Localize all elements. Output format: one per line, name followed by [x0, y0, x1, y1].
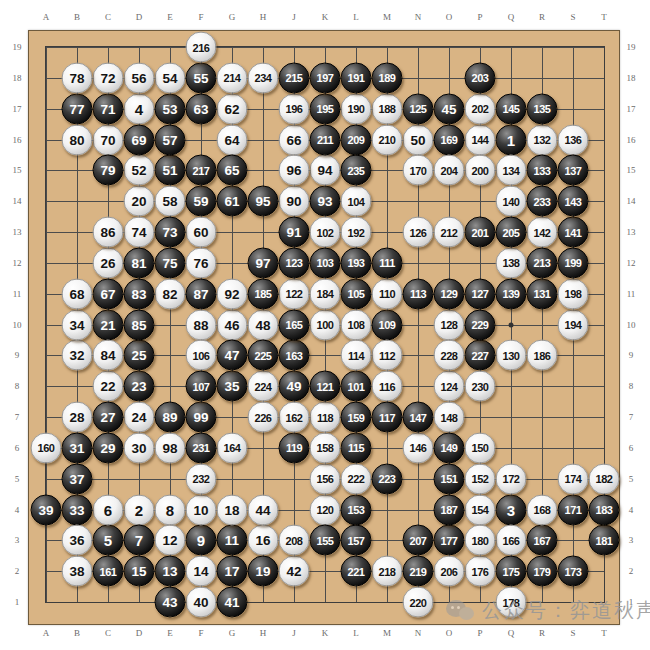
column-label-bottom: E: [167, 628, 173, 638]
black-stone-175: 175: [496, 556, 527, 587]
column-label-top: A: [43, 12, 50, 22]
black-stone-123: 123: [279, 247, 310, 278]
black-stone-113: 113: [403, 278, 434, 309]
black-stone-105: 105: [341, 278, 372, 309]
black-stone-85: 85: [124, 309, 155, 340]
white-stone-66: 66: [279, 124, 310, 155]
white-stone-218: 218: [372, 556, 403, 587]
white-stone-94: 94: [310, 155, 341, 186]
white-stone-126: 126: [403, 217, 434, 248]
black-stone-133: 133: [527, 155, 558, 186]
black-stone-225: 225: [248, 340, 279, 371]
black-stone-145: 145: [496, 93, 527, 124]
white-stone-84: 84: [93, 340, 124, 371]
white-stone-154: 154: [465, 494, 496, 525]
black-stone-137: 137: [558, 155, 589, 186]
row-label-right: 19: [627, 42, 636, 52]
white-stone-10: 10: [186, 494, 217, 525]
black-stone-195: 195: [310, 93, 341, 124]
row-label-left: 6: [15, 443, 20, 453]
black-stone-7: 7: [124, 525, 155, 556]
black-stone-165: 165: [279, 309, 310, 340]
row-label-left: 11: [13, 289, 22, 299]
white-stone-134: 134: [496, 155, 527, 186]
black-stone-229: 229: [465, 309, 496, 340]
white-stone-112: 112: [372, 340, 403, 371]
black-stone-235: 235: [341, 155, 372, 186]
row-label-left: 1: [15, 597, 20, 607]
white-stone-206: 206: [434, 556, 465, 587]
black-stone-139: 139: [496, 278, 527, 309]
column-label-bottom: H: [260, 628, 267, 638]
white-stone-78: 78: [62, 62, 93, 93]
black-stone-75: 75: [155, 247, 186, 278]
black-stone-27: 27: [93, 402, 124, 433]
black-stone-129: 129: [434, 278, 465, 309]
black-stone-23: 23: [124, 371, 155, 402]
black-stone-53: 53: [155, 93, 186, 124]
black-stone-89: 89: [155, 402, 186, 433]
white-stone-28: 28: [62, 402, 93, 433]
column-label-bottom: F: [198, 628, 203, 638]
black-stone-1: 1: [496, 124, 527, 155]
white-stone-222: 222: [341, 463, 372, 494]
white-stone-72: 72: [93, 62, 124, 93]
column-label-bottom: K: [322, 628, 329, 638]
white-stone-36: 36: [62, 525, 93, 556]
black-stone-121: 121: [310, 371, 341, 402]
black-stone-21: 21: [93, 309, 124, 340]
row-label-right: 15: [627, 165, 636, 175]
black-stone-15: 15: [124, 556, 155, 587]
black-stone-45: 45: [434, 93, 465, 124]
row-label-right: 13: [627, 227, 636, 237]
white-stone-138: 138: [496, 247, 527, 278]
column-label-bottom: L: [353, 628, 359, 638]
white-stone-216: 216: [186, 32, 217, 63]
black-stone-39: 39: [31, 494, 62, 525]
row-label-left: 19: [13, 42, 22, 52]
black-stone-199: 199: [558, 247, 589, 278]
white-stone-30: 30: [124, 432, 155, 463]
go-diagram: AABBCCDDEEFFGGHHJJKKLLMMNNOOPPQQRRSSTT19…: [0, 0, 650, 650]
white-stone-2: 2: [124, 494, 155, 525]
black-stone-51: 51: [155, 155, 186, 186]
black-stone-71: 71: [93, 93, 124, 124]
white-stone-108: 108: [341, 309, 372, 340]
white-stone-194: 194: [558, 309, 589, 340]
black-stone-173: 173: [558, 556, 589, 587]
white-stone-150: 150: [465, 432, 496, 463]
white-stone-184: 184: [310, 278, 341, 309]
column-label-bottom: M: [383, 628, 391, 638]
white-stone-190: 190: [341, 93, 372, 124]
white-stone-234: 234: [248, 62, 279, 93]
column-label-bottom: B: [74, 628, 80, 638]
black-stone-135: 135: [527, 93, 558, 124]
black-stone-169: 169: [434, 124, 465, 155]
black-stone-29: 29: [93, 432, 124, 463]
black-stone-61: 61: [217, 186, 248, 217]
column-label-top: G: [229, 12, 236, 22]
row-label-left: 12: [13, 258, 22, 268]
black-stone-109: 109: [372, 309, 403, 340]
white-stone-96: 96: [279, 155, 310, 186]
white-stone-220: 220: [403, 587, 434, 618]
black-stone-149: 149: [434, 432, 465, 463]
column-label-top: R: [539, 12, 545, 22]
black-stone-77: 77: [62, 93, 93, 124]
white-stone-56: 56: [124, 62, 155, 93]
white-stone-178: 178: [496, 587, 527, 618]
row-label-right: 6: [629, 443, 634, 453]
column-label-top: M: [383, 12, 391, 22]
black-stone-197: 197: [310, 62, 341, 93]
black-stone-3: 3: [496, 494, 527, 525]
column-label-top: H: [260, 12, 267, 22]
column-label-top: F: [198, 12, 203, 22]
white-stone-132: 132: [527, 124, 558, 155]
black-stone-153: 153: [341, 494, 372, 525]
white-stone-48: 48: [248, 309, 279, 340]
black-stone-35: 35: [217, 371, 248, 402]
white-stone-188: 188: [372, 93, 403, 124]
row-label-left: 14: [13, 196, 22, 206]
row-label-right: 8: [629, 381, 634, 391]
column-label-bottom: P: [477, 628, 482, 638]
column-label-bottom: N: [415, 628, 422, 638]
column-label-bottom: R: [539, 628, 545, 638]
black-stone-221: 221: [341, 556, 372, 587]
black-stone-151: 151: [434, 463, 465, 494]
white-stone-118: 118: [310, 402, 341, 433]
white-stone-164: 164: [217, 432, 248, 463]
white-stone-12: 12: [155, 525, 186, 556]
black-stone-25: 25: [124, 340, 155, 371]
white-stone-64: 64: [217, 124, 248, 155]
black-stone-219: 219: [403, 556, 434, 587]
white-stone-162: 162: [279, 402, 310, 433]
white-stone-182: 182: [589, 463, 620, 494]
white-stone-208: 208: [279, 525, 310, 556]
white-stone-166: 166: [496, 525, 527, 556]
star-point: [509, 322, 514, 327]
white-stone-198: 198: [558, 278, 589, 309]
black-stone-227: 227: [465, 340, 496, 371]
black-stone-17: 17: [217, 556, 248, 587]
column-label-top: D: [136, 12, 143, 22]
black-stone-125: 125: [403, 93, 434, 124]
row-label-right: 9: [629, 350, 634, 360]
white-stone-4: 4: [124, 93, 155, 124]
column-label-top: P: [477, 12, 482, 22]
row-label-left: 4: [15, 505, 20, 515]
row-label-right: 11: [627, 289, 636, 299]
black-stone-37: 37: [62, 463, 93, 494]
black-stone-31: 31: [62, 432, 93, 463]
black-stone-115: 115: [341, 432, 372, 463]
white-stone-204: 204: [434, 155, 465, 186]
row-label-left: 16: [13, 135, 22, 145]
white-stone-14: 14: [186, 556, 217, 587]
white-stone-140: 140: [496, 186, 527, 217]
white-stone-68: 68: [62, 278, 93, 309]
white-stone-58: 58: [155, 186, 186, 217]
white-stone-86: 86: [93, 217, 124, 248]
white-stone-210: 210: [372, 124, 403, 155]
row-label-left: 9: [15, 350, 20, 360]
black-stone-207: 207: [403, 525, 434, 556]
white-stone-42: 42: [279, 556, 310, 587]
row-label-left: 2: [15, 566, 20, 576]
white-stone-214: 214: [217, 62, 248, 93]
row-label-right: 12: [627, 258, 636, 268]
row-label-left: 7: [15, 412, 20, 422]
black-stone-143: 143: [558, 186, 589, 217]
black-stone-119: 119: [279, 432, 310, 463]
column-label-top: O: [446, 12, 453, 22]
row-label-left: 3: [15, 535, 20, 545]
black-stone-171: 171: [558, 494, 589, 525]
white-stone-106: 106: [186, 340, 217, 371]
black-stone-91: 91: [279, 217, 310, 248]
white-stone-88: 88: [186, 309, 217, 340]
black-stone-57: 57: [155, 124, 186, 155]
white-stone-76: 76: [186, 247, 217, 278]
black-stone-49: 49: [279, 371, 310, 402]
row-label-left: 17: [13, 104, 22, 114]
row-label-right: 7: [629, 412, 634, 422]
row-label-right: 10: [627, 320, 636, 330]
column-label-top: J: [292, 12, 296, 22]
black-stone-231: 231: [186, 432, 217, 463]
black-stone-87: 87: [186, 278, 217, 309]
column-label-bottom: Q: [508, 628, 515, 638]
black-stone-187: 187: [434, 494, 465, 525]
black-stone-177: 177: [434, 525, 465, 556]
black-stone-97: 97: [248, 247, 279, 278]
white-stone-172: 172: [496, 463, 527, 494]
column-label-bottom: G: [229, 628, 236, 638]
white-stone-52: 52: [124, 155, 155, 186]
black-stone-81: 81: [124, 247, 155, 278]
column-label-top: Q: [508, 12, 515, 22]
white-stone-100: 100: [310, 309, 341, 340]
white-stone-176: 176: [465, 556, 496, 587]
black-stone-65: 65: [217, 155, 248, 186]
white-stone-230: 230: [465, 371, 496, 402]
white-stone-80: 80: [62, 124, 93, 155]
black-stone-161: 161: [93, 556, 124, 587]
black-stone-107: 107: [186, 371, 217, 402]
black-stone-63: 63: [186, 93, 217, 124]
black-stone-211: 211: [310, 124, 341, 155]
black-stone-213: 213: [527, 247, 558, 278]
white-stone-110: 110: [372, 278, 403, 309]
black-stone-83: 83: [124, 278, 155, 309]
row-label-left: 18: [13, 73, 22, 83]
column-label-bottom: O: [446, 628, 453, 638]
white-stone-232: 232: [186, 463, 217, 494]
white-stone-16: 16: [248, 525, 279, 556]
white-stone-124: 124: [434, 371, 465, 402]
black-stone-13: 13: [155, 556, 186, 587]
white-stone-20: 20: [124, 186, 155, 217]
black-stone-41: 41: [217, 587, 248, 618]
white-stone-98: 98: [155, 432, 186, 463]
black-stone-179: 179: [527, 556, 558, 587]
black-stone-127: 127: [465, 278, 496, 309]
white-stone-144: 144: [465, 124, 496, 155]
black-stone-193: 193: [341, 247, 372, 278]
column-label-bottom: T: [601, 628, 607, 638]
white-stone-50: 50: [403, 124, 434, 155]
black-stone-181: 181: [589, 525, 620, 556]
black-stone-111: 111: [372, 247, 403, 278]
black-stone-147: 147: [403, 402, 434, 433]
black-stone-189: 189: [372, 62, 403, 93]
white-stone-130: 130: [496, 340, 527, 371]
white-stone-92: 92: [217, 278, 248, 309]
white-stone-146: 146: [403, 432, 434, 463]
black-stone-163: 163: [279, 340, 310, 371]
white-stone-54: 54: [155, 62, 186, 93]
white-stone-228: 228: [434, 340, 465, 371]
column-label-top: B: [74, 12, 80, 22]
black-stone-55: 55: [186, 62, 217, 93]
white-stone-62: 62: [217, 93, 248, 124]
column-label-top: K: [322, 12, 329, 22]
row-label-left: 8: [15, 381, 20, 391]
white-stone-18: 18: [217, 494, 248, 525]
white-stone-128: 128: [434, 309, 465, 340]
column-label-top: C: [105, 12, 111, 22]
black-stone-159: 159: [341, 402, 372, 433]
column-label-top: N: [415, 12, 422, 22]
black-stone-69: 69: [124, 124, 155, 155]
black-stone-9: 9: [186, 525, 217, 556]
white-stone-122: 122: [279, 278, 310, 309]
row-label-left: 5: [15, 474, 20, 484]
white-stone-136: 136: [558, 124, 589, 155]
black-stone-67: 67: [93, 278, 124, 309]
row-label-right: 14: [627, 196, 636, 206]
column-label-top: L: [353, 12, 359, 22]
black-stone-73: 73: [155, 217, 186, 248]
column-label-bottom: S: [570, 628, 575, 638]
black-stone-203: 203: [465, 62, 496, 93]
white-stone-74: 74: [124, 217, 155, 248]
black-stone-11: 11: [217, 525, 248, 556]
black-stone-93: 93: [310, 186, 341, 217]
black-stone-19: 19: [248, 556, 279, 587]
black-stone-223: 223: [372, 463, 403, 494]
black-stone-205: 205: [496, 217, 527, 248]
white-stone-104: 104: [341, 186, 372, 217]
white-stone-224: 224: [248, 371, 279, 402]
black-stone-79: 79: [93, 155, 124, 186]
white-stone-174: 174: [558, 463, 589, 494]
row-label-left: 15: [13, 165, 22, 175]
black-stone-99: 99: [186, 402, 217, 433]
column-label-bottom: D: [136, 628, 143, 638]
row-label-right: 5: [629, 474, 634, 484]
black-stone-59: 59: [186, 186, 217, 217]
white-stone-24: 24: [124, 402, 155, 433]
white-stone-6: 6: [93, 494, 124, 525]
white-stone-196: 196: [279, 93, 310, 124]
black-stone-131: 131: [527, 278, 558, 309]
black-stone-43: 43: [155, 587, 186, 618]
white-stone-38: 38: [62, 556, 93, 587]
row-label-right: 18: [627, 73, 636, 83]
row-label-right: 1: [629, 597, 634, 607]
row-label-left: 13: [13, 227, 22, 237]
white-stone-120: 120: [310, 494, 341, 525]
column-label-top: T: [601, 12, 607, 22]
white-stone-34: 34: [62, 309, 93, 340]
white-stone-70: 70: [93, 124, 124, 155]
white-stone-82: 82: [155, 278, 186, 309]
white-stone-202: 202: [465, 93, 496, 124]
black-stone-217: 217: [186, 155, 217, 186]
black-stone-209: 209: [341, 124, 372, 155]
white-stone-156: 156: [310, 463, 341, 494]
white-stone-152: 152: [465, 463, 496, 494]
column-label-top: S: [570, 12, 575, 22]
black-stone-101: 101: [341, 371, 372, 402]
black-stone-33: 33: [62, 494, 93, 525]
black-stone-117: 117: [372, 402, 403, 433]
black-stone-233: 233: [527, 186, 558, 217]
white-stone-200: 200: [465, 155, 496, 186]
row-label-right: 2: [629, 566, 634, 576]
black-stone-167: 167: [527, 525, 558, 556]
white-stone-8: 8: [155, 494, 186, 525]
white-stone-148: 148: [434, 402, 465, 433]
black-stone-215: 215: [279, 62, 310, 93]
black-stone-47: 47: [217, 340, 248, 371]
white-stone-40: 40: [186, 587, 217, 618]
white-stone-212: 212: [434, 217, 465, 248]
black-stone-201: 201: [465, 217, 496, 248]
white-stone-168: 168: [527, 494, 558, 525]
black-stone-103: 103: [310, 247, 341, 278]
column-label-top: E: [167, 12, 173, 22]
black-stone-185: 185: [248, 278, 279, 309]
black-stone-141: 141: [558, 217, 589, 248]
row-label-right: 16: [627, 135, 636, 145]
white-stone-32: 32: [62, 340, 93, 371]
white-stone-116: 116: [372, 371, 403, 402]
column-label-bottom: J: [292, 628, 296, 638]
row-label-right: 17: [627, 104, 636, 114]
black-stone-95: 95: [248, 186, 279, 217]
white-stone-226: 226: [248, 402, 279, 433]
white-stone-192: 192: [341, 217, 372, 248]
row-label-right: 4: [629, 505, 634, 515]
white-stone-90: 90: [279, 186, 310, 217]
white-stone-158: 158: [310, 432, 341, 463]
black-stone-191: 191: [341, 62, 372, 93]
white-stone-60: 60: [186, 217, 217, 248]
white-stone-102: 102: [310, 217, 341, 248]
column-label-bottom: A: [43, 628, 50, 638]
white-stone-46: 46: [217, 309, 248, 340]
black-stone-155: 155: [310, 525, 341, 556]
white-stone-44: 44: [248, 494, 279, 525]
row-label-right: 3: [629, 535, 634, 545]
